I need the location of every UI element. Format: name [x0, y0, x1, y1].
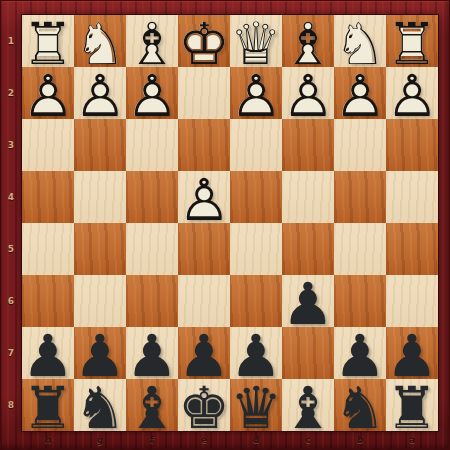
square-g8[interactable]: ♞ — [74, 379, 126, 431]
file-label-e: e — [178, 431, 230, 448]
square-g3[interactable] — [74, 119, 126, 171]
white-queen-d1[interactable]: ♛♕ — [230, 15, 282, 67]
square-e4[interactable]: ♟♙ — [178, 171, 230, 223]
square-h1[interactable]: ♜♖ — [22, 15, 74, 67]
square-f6[interactable] — [126, 275, 178, 327]
square-b1[interactable]: ♞♘ — [334, 15, 386, 67]
square-d8[interactable]: ♛ — [230, 379, 282, 431]
square-d7[interactable]: ♟ — [230, 327, 282, 379]
white-knight-b1[interactable]: ♞♘ — [334, 15, 386, 67]
square-d5[interactable] — [230, 223, 282, 275]
black-pawn-c6[interactable]: ♟ — [282, 275, 334, 327]
file-label-a: a — [386, 431, 438, 448]
square-d6[interactable] — [230, 275, 282, 327]
square-b8[interactable]: ♞ — [334, 379, 386, 431]
square-c7[interactable] — [282, 327, 334, 379]
rank-label-6: 6 — [0, 275, 22, 327]
square-e6[interactable] — [178, 275, 230, 327]
square-h7[interactable]: ♟ — [22, 327, 74, 379]
square-d2[interactable]: ♟♙ — [230, 67, 282, 119]
white-pawn-d2[interactable]: ♟♙ — [230, 67, 282, 119]
file-label-d: d — [230, 431, 282, 448]
chess-board: ♜♖♞♘♝♗♚♔♛♕♝♗♞♘♜♖♟♙♟♙♟♙♟♙♟♙♟♙♟♙♟♙♟♟♟♟♟♟♟♟… — [22, 15, 438, 431]
square-f2[interactable]: ♟♙ — [126, 67, 178, 119]
square-f5[interactable] — [126, 223, 178, 275]
black-rook-h8[interactable]: ♜ — [22, 379, 74, 431]
white-king-e1[interactable]: ♚♔ — [178, 15, 230, 67]
square-e7[interactable]: ♟ — [178, 327, 230, 379]
square-d3[interactable] — [230, 119, 282, 171]
file-label-c: c — [282, 431, 334, 448]
square-a3[interactable] — [386, 119, 438, 171]
square-g6[interactable] — [74, 275, 126, 327]
square-a2[interactable]: ♟♙ — [386, 67, 438, 119]
black-pawn-a7[interactable]: ♟ — [386, 327, 438, 379]
square-g5[interactable] — [74, 223, 126, 275]
square-b6[interactable] — [334, 275, 386, 327]
rank-labels: 12345678 — [0, 15, 22, 431]
square-b3[interactable] — [334, 119, 386, 171]
square-a4[interactable] — [386, 171, 438, 223]
square-a6[interactable] — [386, 275, 438, 327]
black-pawn-b7[interactable]: ♟ — [334, 327, 386, 379]
rank-label-7: 7 — [0, 327, 22, 379]
square-d1[interactable]: ♛♕ — [230, 15, 282, 67]
square-f1[interactable]: ♝♗ — [126, 15, 178, 67]
black-bishop-c8[interactable]: ♝ — [282, 379, 334, 431]
square-f7[interactable]: ♟ — [126, 327, 178, 379]
black-knight-b8[interactable]: ♞ — [334, 379, 386, 431]
black-pawn-f7[interactable]: ♟ — [126, 327, 178, 379]
square-c4[interactable] — [282, 171, 334, 223]
white-rook-h1[interactable]: ♜♖ — [22, 15, 74, 67]
square-b4[interactable] — [334, 171, 386, 223]
square-e5[interactable] — [178, 223, 230, 275]
white-pawn-e4[interactable]: ♟♙ — [178, 171, 230, 223]
black-pawn-e7[interactable]: ♟ — [178, 327, 230, 379]
square-e2[interactable] — [178, 67, 230, 119]
rank-label-4: 4 — [0, 171, 22, 223]
square-b7[interactable]: ♟ — [334, 327, 386, 379]
square-h2[interactable]: ♟♙ — [22, 67, 74, 119]
square-d4[interactable] — [230, 171, 282, 223]
square-a8[interactable]: ♜ — [386, 379, 438, 431]
white-rook-a1[interactable]: ♜♖ — [386, 15, 438, 67]
square-h4[interactable] — [22, 171, 74, 223]
square-g1[interactable]: ♞♘ — [74, 15, 126, 67]
square-a5[interactable] — [386, 223, 438, 275]
white-pawn-a2[interactable]: ♟♙ — [386, 67, 438, 119]
square-g4[interactable] — [74, 171, 126, 223]
square-f4[interactable] — [126, 171, 178, 223]
square-g7[interactable]: ♟ — [74, 327, 126, 379]
file-label-g: g — [74, 431, 126, 448]
black-rook-a8[interactable]: ♜ — [386, 379, 438, 431]
square-b5[interactable] — [334, 223, 386, 275]
rank-label-3: 3 — [0, 119, 22, 171]
white-pawn-h2[interactable]: ♟♙ — [22, 67, 74, 119]
white-pawn-c2[interactable]: ♟♙ — [282, 67, 334, 119]
square-c6[interactable]: ♟ — [282, 275, 334, 327]
square-c2[interactable]: ♟♙ — [282, 67, 334, 119]
square-c8[interactable]: ♝ — [282, 379, 334, 431]
rank-label-5: 5 — [0, 223, 22, 275]
chess-board-frame: ♜♖♞♘♝♗♚♔♛♕♝♗♞♘♜♖♟♙♟♙♟♙♟♙♟♙♟♙♟♙♟♙♟♟♟♟♟♟♟♟… — [0, 0, 450, 450]
square-h5[interactable] — [22, 223, 74, 275]
white-bishop-c1[interactable]: ♝♗ — [282, 15, 334, 67]
black-pawn-g7[interactable]: ♟ — [74, 327, 126, 379]
square-a1[interactable]: ♜♖ — [386, 15, 438, 67]
square-e1[interactable]: ♚♔ — [178, 15, 230, 67]
file-labels: hgfedcba — [22, 431, 438, 450]
square-b2[interactable]: ♟♙ — [334, 67, 386, 119]
white-knight-g1[interactable]: ♞♘ — [74, 15, 126, 67]
black-knight-g8[interactable]: ♞ — [74, 379, 126, 431]
black-pawn-d7[interactable]: ♟ — [230, 327, 282, 379]
white-pawn-b2[interactable]: ♟♙ — [334, 67, 386, 119]
square-g2[interactable]: ♟♙ — [74, 67, 126, 119]
file-label-b: b — [334, 431, 386, 448]
square-f8[interactable]: ♝ — [126, 379, 178, 431]
square-h6[interactable] — [22, 275, 74, 327]
square-a7[interactable]: ♟ — [386, 327, 438, 379]
square-h3[interactable] — [22, 119, 74, 171]
white-bishop-f1[interactable]: ♝♗ — [126, 15, 178, 67]
file-label-f: f — [126, 431, 178, 448]
file-label-h: h — [22, 431, 74, 448]
black-king-e8[interactable]: ♚ — [178, 379, 230, 431]
rank-label-2: 2 — [0, 67, 22, 119]
square-c5[interactable] — [282, 223, 334, 275]
black-queen-d8[interactable]: ♛ — [230, 379, 282, 431]
square-e8[interactable]: ♚ — [178, 379, 230, 431]
black-bishop-f8[interactable]: ♝ — [126, 379, 178, 431]
square-c3[interactable] — [282, 119, 334, 171]
white-pawn-f2[interactable]: ♟♙ — [126, 67, 178, 119]
square-h8[interactable]: ♜ — [22, 379, 74, 431]
black-pawn-h7[interactable]: ♟ — [22, 327, 74, 379]
white-pawn-g2[interactable]: ♟♙ — [74, 67, 126, 119]
square-e3[interactable] — [178, 119, 230, 171]
rank-label-8: 8 — [0, 379, 22, 431]
square-f3[interactable] — [126, 119, 178, 171]
square-c1[interactable]: ♝♗ — [282, 15, 334, 67]
rank-label-1: 1 — [0, 15, 22, 67]
